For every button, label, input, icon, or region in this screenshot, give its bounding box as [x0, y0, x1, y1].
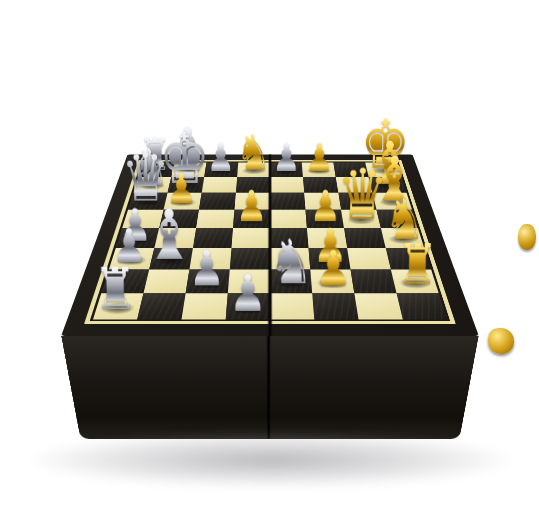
piece-gold-queen-d7[interactable]: ♛: [337, 162, 389, 226]
square-h1[interactable]: ♜: [93, 293, 144, 319]
piece-silver-bishop-f2[interactable]: ♝: [143, 204, 195, 268]
square-h7[interactable]: [354, 293, 402, 319]
square-h6[interactable]: [312, 293, 358, 319]
square-c5[interactable]: [270, 193, 305, 210]
square-a6[interactable]: ♟: [302, 162, 336, 177]
brass-latch[interactable]: [488, 328, 514, 354]
square-g6[interactable]: ♟: [310, 270, 354, 294]
square-g2[interactable]: [143, 270, 189, 294]
square-h4[interactable]: ♟: [226, 293, 270, 319]
square-h3[interactable]: [181, 293, 227, 319]
square-a5[interactable]: ♟: [270, 162, 303, 177]
piece-silver-pawn-a3[interactable]: ♟: [206, 140, 234, 176]
piece-silver-rook-h1[interactable]: ♜: [93, 264, 137, 317]
square-h8[interactable]: [397, 293, 448, 319]
square-d4[interactable]: ♟: [233, 210, 270, 228]
square-h5[interactable]: [270, 293, 314, 319]
piece-gold-knight-a4[interactable]: ♞: [236, 131, 272, 176]
box-front-face: [61, 336, 479, 439]
piece-silver-knight-g5[interactable]: ♞: [268, 234, 314, 291]
piece-silver-pawn-h4[interactable]: ♟: [229, 270, 267, 317]
square-b5[interactable]: [270, 177, 304, 193]
board-3d-world: ♜♝♟♞♟♟♚♞♚♝♛♟♝♟♟♛♟♞♟♝♟♟♞♟♜♜♟: [61, 154, 479, 335]
square-g7[interactable]: [351, 270, 397, 294]
piece-silver-pawn-a5[interactable]: ♟: [272, 140, 300, 176]
box-top-plate: ♜♝♟♞♟♟♚♞♚♝♛♟♝♟♟♛♟♞♟♝♟♟♞♟♜♜♟: [61, 154, 479, 335]
floor-shadow: [28, 432, 514, 488]
piece-gold-pawn-a6[interactable]: ♟: [305, 140, 333, 176]
square-d3[interactable]: [196, 210, 234, 228]
square-f7[interactable]: [347, 248, 391, 270]
brass-hinge[interactable]: [518, 224, 536, 250]
square-a4[interactable]: ♞: [237, 162, 270, 177]
piece-gold-rook-g8[interactable]: ♜: [397, 240, 439, 291]
square-c3[interactable]: [199, 193, 236, 210]
piece-silver-pawn-g3[interactable]: ♟: [188, 246, 225, 291]
square-e4[interactable]: [231, 228, 270, 248]
piece-gold-pawn-g6[interactable]: ♟: [315, 246, 352, 291]
square-h2[interactable]: [137, 293, 185, 319]
square-g8[interactable]: ♜: [391, 270, 439, 294]
square-g3[interactable]: ♟: [186, 270, 230, 294]
square-g5[interactable]: ♞: [270, 270, 312, 294]
square-f2[interactable]: ♝: [149, 248, 193, 270]
box-front-seam: [266, 336, 271, 439]
piece-gold-pawn-d4[interactable]: ♟: [236, 186, 268, 226]
chess-set-photo: ♜♝♟♞♟♟♚♞♚♝♛♟♝♟♟♛♟♞♟♝♟♟♞♟♜♜♟: [0, 0, 539, 526]
